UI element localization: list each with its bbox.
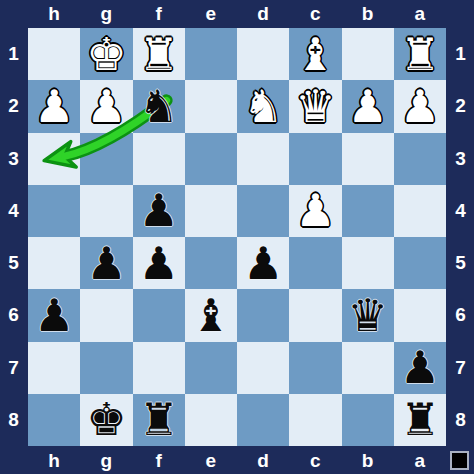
chess-board: ♚♜♝♜♟♟♞♞♛♟♟♟♟♟♟♟♟♝♛♟♚♜♜: [28, 28, 446, 446]
square-e8[interactable]: [185, 394, 237, 446]
square-c3[interactable]: [289, 133, 341, 185]
file-label-f: f: [133, 0, 185, 27]
file-label-e: e: [185, 0, 237, 27]
rank-label-5: 5: [447, 237, 474, 289]
file-label-c: c: [289, 0, 341, 27]
square-e5[interactable]: [185, 237, 237, 289]
square-b5[interactable]: [342, 237, 394, 289]
piece-white-pawn-g2[interactable]: ♟: [80, 80, 132, 132]
square-a6[interactable]: [394, 289, 446, 341]
square-h8[interactable]: [28, 394, 80, 446]
square-b4[interactable]: [342, 185, 394, 237]
square-e4[interactable]: [185, 185, 237, 237]
rank-label-3: 3: [0, 133, 27, 185]
piece-white-rook-a1[interactable]: ♜: [394, 28, 446, 80]
piece-black-rook-a8[interactable]: ♜: [394, 394, 446, 446]
piece-white-rook-f1[interactable]: ♜: [133, 28, 185, 80]
piece-white-king-g1[interactable]: ♚: [80, 28, 132, 80]
square-h3[interactable]: [28, 133, 80, 185]
square-c5[interactable]: [289, 237, 341, 289]
file-label-a: a: [394, 447, 446, 474]
piece-white-queen-c2[interactable]: ♛: [289, 80, 341, 132]
rank-label-2: 2: [447, 80, 474, 132]
square-e7[interactable]: [185, 342, 237, 394]
file-label-h: h: [28, 447, 80, 474]
square-d8[interactable]: [237, 394, 289, 446]
rank-label-5: 5: [0, 237, 27, 289]
file-label-g: g: [80, 447, 132, 474]
piece-white-pawn-h2[interactable]: ♟: [28, 80, 80, 132]
square-g6[interactable]: [80, 289, 132, 341]
square-b3[interactable]: [342, 133, 394, 185]
square-h7[interactable]: [28, 342, 80, 394]
square-a3[interactable]: [394, 133, 446, 185]
square-f7[interactable]: [133, 342, 185, 394]
square-h4[interactable]: [28, 185, 80, 237]
piece-black-pawn-f5[interactable]: ♟: [133, 237, 185, 289]
square-a4[interactable]: [394, 185, 446, 237]
piece-black-pawn-h6[interactable]: ♟: [28, 289, 80, 341]
file-label-c: c: [289, 447, 341, 474]
rank-label-4: 4: [0, 185, 27, 237]
piece-black-pawn-f4[interactable]: ♟: [133, 185, 185, 237]
piece-black-pawn-g5[interactable]: ♟: [80, 237, 132, 289]
square-g4[interactable]: [80, 185, 132, 237]
file-label-f: f: [133, 447, 185, 474]
chess-diagram: hgfedcba hgfedcba 12345678 12345678 ♚♜♝♜…: [0, 0, 474, 474]
file-label-g: g: [80, 0, 132, 27]
square-e2[interactable]: [185, 80, 237, 132]
file-label-b: b: [342, 0, 394, 27]
piece-white-pawn-b2[interactable]: ♟: [342, 80, 394, 132]
square-c8[interactable]: [289, 394, 341, 446]
rank-label-4: 4: [447, 185, 474, 237]
rank-label-6: 6: [447, 289, 474, 341]
square-g3[interactable]: [80, 133, 132, 185]
file-labels-top: hgfedcba: [28, 0, 446, 27]
piece-white-pawn-c4[interactable]: ♟: [289, 185, 341, 237]
piece-black-rook-f8[interactable]: ♜: [133, 394, 185, 446]
square-d7[interactable]: [237, 342, 289, 394]
piece-black-pawn-d5[interactable]: ♟: [237, 237, 289, 289]
rank-label-1: 1: [0, 28, 27, 80]
rank-label-7: 7: [0, 342, 27, 394]
square-e1[interactable]: [185, 28, 237, 80]
black-to-move-indicator: [450, 451, 469, 470]
square-b8[interactable]: [342, 394, 394, 446]
square-c6[interactable]: [289, 289, 341, 341]
piece-black-king-g8[interactable]: ♚: [80, 394, 132, 446]
square-d6[interactable]: [237, 289, 289, 341]
square-e3[interactable]: [185, 133, 237, 185]
square-g7[interactable]: [80, 342, 132, 394]
rank-label-7: 7: [447, 342, 474, 394]
file-label-d: d: [237, 447, 289, 474]
piece-white-knight-d2[interactable]: ♞: [237, 80, 289, 132]
square-d1[interactable]: [237, 28, 289, 80]
piece-black-knight-f2[interactable]: ♞: [133, 80, 185, 132]
rank-label-3: 3: [447, 133, 474, 185]
file-label-e: e: [185, 447, 237, 474]
square-f6[interactable]: [133, 289, 185, 341]
rank-label-1: 1: [447, 28, 474, 80]
rank-label-8: 8: [447, 394, 474, 446]
square-b1[interactable]: [342, 28, 394, 80]
file-label-a: a: [394, 0, 446, 27]
file-labels-bottom: hgfedcba: [28, 447, 446, 474]
piece-white-pawn-a2[interactable]: ♟: [394, 80, 446, 132]
piece-white-bishop-c1[interactable]: ♝: [289, 28, 341, 80]
rank-label-2: 2: [0, 80, 27, 132]
piece-black-pawn-a7[interactable]: ♟: [394, 342, 446, 394]
rank-label-8: 8: [0, 394, 27, 446]
file-label-d: d: [237, 0, 289, 27]
rank-labels-right: 12345678: [447, 28, 474, 446]
piece-black-queen-b6[interactable]: ♛: [342, 289, 394, 341]
square-f3[interactable]: [133, 133, 185, 185]
square-h1[interactable]: [28, 28, 80, 80]
square-d3[interactable]: [237, 133, 289, 185]
square-a5[interactable]: [394, 237, 446, 289]
square-d4[interactable]: [237, 185, 289, 237]
file-label-b: b: [342, 447, 394, 474]
file-label-h: h: [28, 0, 80, 27]
square-c7[interactable]: [289, 342, 341, 394]
square-b7[interactable]: [342, 342, 394, 394]
square-h5[interactable]: [28, 237, 80, 289]
rank-labels-left: 12345678: [0, 28, 27, 446]
piece-black-bishop-e6[interactable]: ♝: [185, 289, 237, 341]
rank-label-6: 6: [0, 289, 27, 341]
